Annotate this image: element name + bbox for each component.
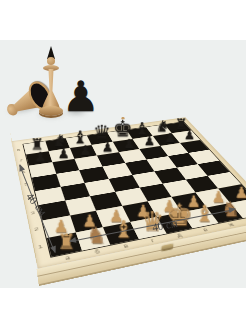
product-photo: ♟ ♜♞♝♛♚♝♞♜♟♟♟♟♟♟♟♟♟♟♟♟♟♟♟♟♜♞♝♛♚♝♞♜ абвгд… (0, 0, 246, 328)
piece-black-pawn: ♟ (96, 140, 118, 153)
piece-black-pawn: ♟ (74, 143, 97, 156)
file-label: д (176, 232, 183, 237)
loose-black-pawn: ♟ (62, 76, 100, 118)
piece-black-pawn: ♟ (139, 134, 161, 147)
rank-label: 8 (17, 148, 21, 151)
king-body (42, 69, 60, 109)
file-label: г (150, 238, 155, 243)
file-label: е (202, 227, 209, 232)
piece-black-pawn: ♟ (52, 146, 75, 160)
loose-white-king (38, 46, 64, 116)
file-label: а (65, 254, 71, 260)
rank-label: 1 (38, 244, 43, 250)
piece-black-pawn: ♟ (159, 131, 181, 144)
file-label: в (123, 243, 129, 249)
rank-label: 7 (19, 159, 23, 162)
square-h4 (198, 160, 230, 175)
piece-black-pawn: ♟ (179, 128, 200, 141)
piece-black-pawn: ♟ (118, 137, 140, 150)
piece-black-pawn: ♟ (29, 150, 52, 164)
latch-icon (161, 243, 173, 251)
rank-label: 2 (34, 227, 39, 232)
king-head-knob (47, 57, 55, 65)
king-base (39, 106, 63, 116)
file-label: ж (227, 222, 235, 227)
file-label: б (94, 249, 100, 255)
square-a7: ♟ (26, 151, 52, 165)
